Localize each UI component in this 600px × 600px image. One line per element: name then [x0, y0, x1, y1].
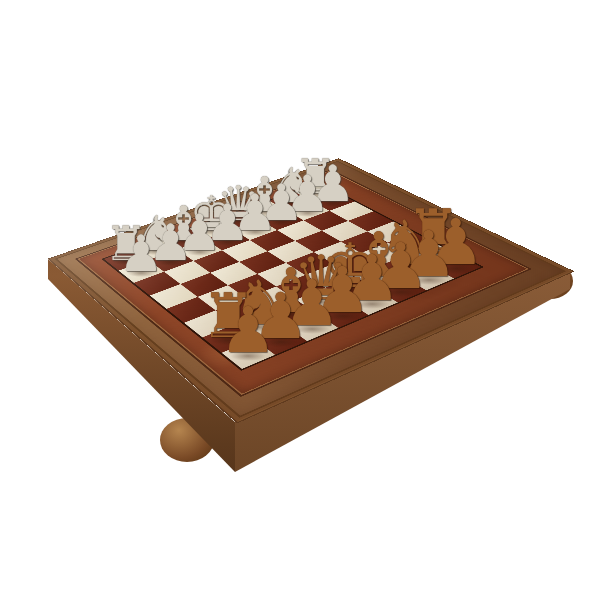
photo-stage: ♜♞♟♝♟♛♟♚♟♝♟♞♟♜♜♟♞♟♟♝♟♚♟♛♟♝♟♞♟♜♟♟	[0, 0, 600, 600]
